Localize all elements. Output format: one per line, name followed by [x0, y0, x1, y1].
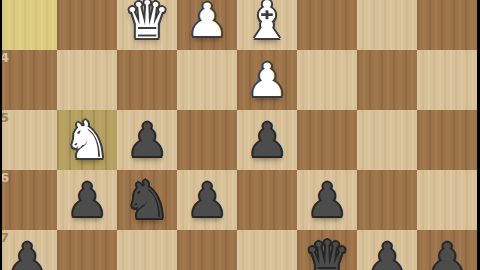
square-a7[interactable]: ♟	[417, 230, 477, 270]
square-b7[interactable]: ♟	[357, 230, 417, 270]
black-knight-f6[interactable]: ♞	[117, 170, 177, 230]
black-queen-c7[interactable]: ♛	[297, 230, 357, 270]
square-d7[interactable]	[237, 230, 297, 270]
square-c5[interactable]	[297, 110, 357, 170]
square-a5[interactable]	[417, 110, 477, 170]
white-pawn-e3[interactable]: ♟	[177, 0, 237, 50]
square-f7[interactable]	[117, 230, 177, 270]
square-b4[interactable]	[357, 50, 417, 110]
square-h5[interactable]: 5	[0, 110, 57, 170]
square-b5[interactable]	[357, 110, 417, 170]
square-g7[interactable]	[57, 230, 117, 270]
square-c3[interactable]	[297, 0, 357, 50]
black-pawn-h7[interactable]: ♟	[0, 230, 57, 270]
square-g3[interactable]	[57, 0, 117, 50]
square-d6[interactable]	[237, 170, 297, 230]
white-pawn-d4[interactable]: ♟	[237, 50, 297, 110]
square-g6[interactable]: ♟	[57, 170, 117, 230]
square-a3[interactable]	[417, 0, 477, 50]
square-f4[interactable]	[117, 50, 177, 110]
square-b3[interactable]	[357, 0, 417, 50]
black-pawn-e6[interactable]: ♟	[177, 170, 237, 230]
square-h7[interactable]: 7♟	[0, 230, 57, 270]
square-e4[interactable]	[177, 50, 237, 110]
square-c6[interactable]: ♟	[297, 170, 357, 230]
square-a4[interactable]	[417, 50, 477, 110]
square-f3[interactable]: ♛	[117, 0, 177, 50]
square-g4[interactable]	[57, 50, 117, 110]
chess-board-screenshot: ♛♟♝4♟5♞♟♟6♟♞♟♟7♟♛♟♟	[0, 0, 480, 270]
square-f5[interactable]: ♟	[117, 110, 177, 170]
white-knight-g5[interactable]: ♞	[57, 110, 117, 170]
square-d4[interactable]: ♟	[237, 50, 297, 110]
chess-board: ♛♟♝4♟5♞♟♟6♟♞♟♟7♟♛♟♟	[0, 0, 477, 270]
square-e7[interactable]	[177, 230, 237, 270]
square-c4[interactable]	[297, 50, 357, 110]
square-h4[interactable]: 4	[0, 50, 57, 110]
black-pawn-a7[interactable]: ♟	[417, 230, 477, 270]
square-e6[interactable]: ♟	[177, 170, 237, 230]
square-g5[interactable]: ♞	[57, 110, 117, 170]
white-bishop-d3[interactable]: ♝	[237, 0, 297, 50]
square-e5[interactable]	[177, 110, 237, 170]
square-d5[interactable]: ♟	[237, 110, 297, 170]
black-pawn-g6[interactable]: ♟	[57, 170, 117, 230]
black-pawn-b7[interactable]: ♟	[357, 230, 417, 270]
square-h3[interactable]	[0, 0, 57, 50]
square-a6[interactable]	[417, 170, 477, 230]
square-e3[interactable]: ♟	[177, 0, 237, 50]
black-pawn-d5[interactable]: ♟	[237, 110, 297, 170]
black-pawn-f5[interactable]: ♟	[117, 110, 177, 170]
square-f6[interactable]: ♞	[117, 170, 177, 230]
square-h6[interactable]: 6	[0, 170, 57, 230]
letterbox-bar-left	[0, 0, 2, 270]
square-b6[interactable]	[357, 170, 417, 230]
square-c7[interactable]: ♛	[297, 230, 357, 270]
square-d3[interactable]: ♝	[237, 0, 297, 50]
black-pawn-c6[interactable]: ♟	[297, 170, 357, 230]
white-queen-f3[interactable]: ♛	[117, 0, 177, 50]
